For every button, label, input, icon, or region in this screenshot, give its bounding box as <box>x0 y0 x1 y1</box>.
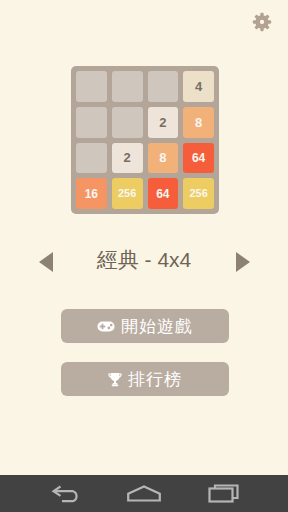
leaderboard-button[interactable]: 排行榜 <box>61 362 229 396</box>
nav-home-button[interactable] <box>124 475 164 512</box>
app-screen: 42828641625664256 經典 - 4x4 開始遊戲 排行榜 <box>0 0 288 512</box>
nav-back-button[interactable] <box>46 475 86 512</box>
start-game-label: 開始遊戲 <box>121 315 193 338</box>
gamepad-icon <box>97 320 115 333</box>
settings-button[interactable] <box>252 12 272 32</box>
tile-r1c4-4: 4 <box>183 71 214 102</box>
tile-r3c1-empty <box>76 143 107 174</box>
next-mode-button right-arrow-icon[interactable] <box>236 252 250 272</box>
tile-r2c3-2: 2 <box>148 107 179 138</box>
gear-icon <box>252 12 272 32</box>
tile-r3c2-2: 2 <box>112 143 143 174</box>
tile-r2c1-empty <box>76 107 107 138</box>
leaderboard-label: 排行榜 <box>128 368 182 391</box>
home-icon <box>126 485 162 502</box>
tile-r4c1-16: 16 <box>76 178 107 209</box>
tile-r4c2-256: 256 <box>112 178 143 209</box>
recents-icon <box>207 484 241 503</box>
tile-r1c3-empty <box>148 71 179 102</box>
trophy-icon <box>108 372 122 387</box>
tile-r1c2-empty <box>112 71 143 102</box>
preview-board: 42828641625664256 <box>71 66 219 214</box>
tile-r2c2-empty <box>112 107 143 138</box>
start-game-button[interactable]: 開始遊戲 <box>61 309 229 343</box>
android-navbar <box>0 475 288 512</box>
tile-r3c4-64: 64 <box>183 143 214 174</box>
tile-r3c3-8: 8 <box>148 143 179 174</box>
tile-r1c1-empty <box>76 71 107 102</box>
back-icon <box>50 485 82 503</box>
tile-r4c3-64: 64 <box>148 178 179 209</box>
tile-r2c4-8: 8 <box>183 107 214 138</box>
tile-r4c4-256: 256 <box>183 178 214 209</box>
nav-recents-button[interactable] <box>204 475 244 512</box>
